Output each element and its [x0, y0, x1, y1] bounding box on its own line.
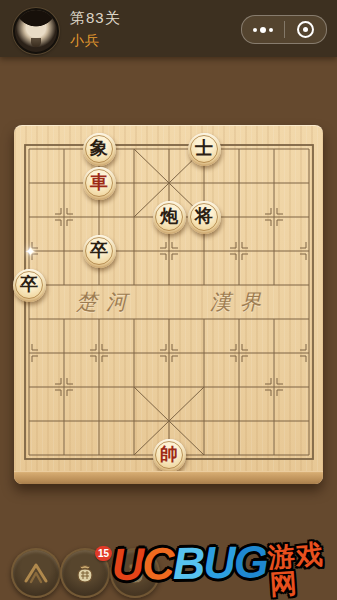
board-intersection-4-9: 帥	[152, 438, 187, 472]
hint-bag-button[interactable]: 15	[60, 548, 110, 598]
piece-black-cannon[interactable]: 炮	[153, 201, 186, 234]
exit-button[interactable]	[285, 16, 327, 43]
piece-glyph: 卒	[20, 275, 38, 293]
watermark-site-text: 游戏网	[267, 539, 337, 598]
xiangqi-board: 楚河 漢界 象士車炮将卒卒帥 ✦	[14, 125, 323, 484]
watermark-letter: B	[172, 540, 203, 586]
piece-glyph: 象	[90, 139, 108, 157]
site-watermark: UCBUG 游戏网 .com	[111, 538, 337, 600]
bag-count-badge: 15	[95, 546, 112, 561]
collapse-menu-button[interactable]	[11, 548, 61, 598]
piece-glyph: 帥	[160, 445, 178, 463]
level-title: 第83关	[70, 10, 121, 25]
piece-glyph: 士	[195, 139, 213, 157]
watermark-letter: G	[233, 539, 267, 585]
board-intersection-5-2: 将	[187, 200, 222, 234]
player-rank-label: 小兵	[70, 33, 121, 47]
board-intersection-2-1: 車	[82, 166, 117, 200]
brocade-bag-icon	[70, 558, 100, 588]
piece-glyph: 卒	[90, 241, 108, 259]
watermark-letter: U	[203, 540, 234, 586]
board-wooden-edge	[14, 471, 323, 484]
hint-sparkle-icon: ✦	[25, 245, 36, 258]
piece-black-elephant[interactable]: 象	[83, 133, 116, 166]
piece-black-advisor[interactable]: 士	[188, 133, 221, 166]
piece-black-soldier[interactable]: 卒	[13, 269, 46, 302]
piece-glyph: 将	[195, 207, 213, 225]
piece-glyph: 車	[90, 173, 108, 191]
board-intersection-4-2: 炮	[152, 200, 187, 234]
piece-red-chariot[interactable]: 車	[83, 167, 116, 200]
more-icon	[253, 27, 273, 33]
chevron-mountain-icon	[21, 560, 51, 586]
exit-target-icon	[297, 21, 314, 38]
watermark-letter: U	[111, 541, 142, 587]
board-intersection-2-0: 象	[82, 132, 117, 166]
board-intersection-5-0: 士	[187, 132, 222, 166]
piece-glyph: 炮	[160, 207, 178, 225]
watermark-letter: C	[142, 541, 173, 587]
piece-black-general[interactable]: 将	[188, 201, 221, 234]
more-button[interactable]	[242, 16, 284, 43]
top-header-bar: 第83关 小兵	[0, 0, 337, 57]
board-intersection-0-4: 卒	[12, 268, 47, 302]
wechat-capsule	[241, 15, 327, 44]
piece-red-general[interactable]: 帥	[153, 439, 186, 472]
board-intersection-2-3: 卒	[82, 234, 117, 268]
watermark-brand-text: UCBUG	[111, 539, 267, 587]
player-avatar	[13, 8, 59, 54]
piece-black-soldier[interactable]: 卒	[83, 235, 116, 268]
pieces-layer: 象士車炮将卒卒帥	[12, 132, 327, 472]
